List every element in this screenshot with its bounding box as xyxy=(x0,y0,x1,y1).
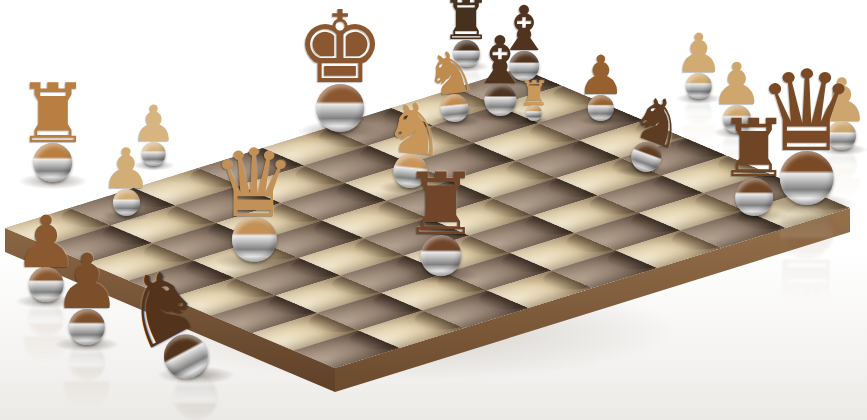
chess-set-photo: ♚♝♜♟♞♜♜♞♞♛♟♟♜♜♜♝♝♟♟♟♟♟♟♛♛♟♟♟♟♞♞ xyxy=(0,0,867,420)
